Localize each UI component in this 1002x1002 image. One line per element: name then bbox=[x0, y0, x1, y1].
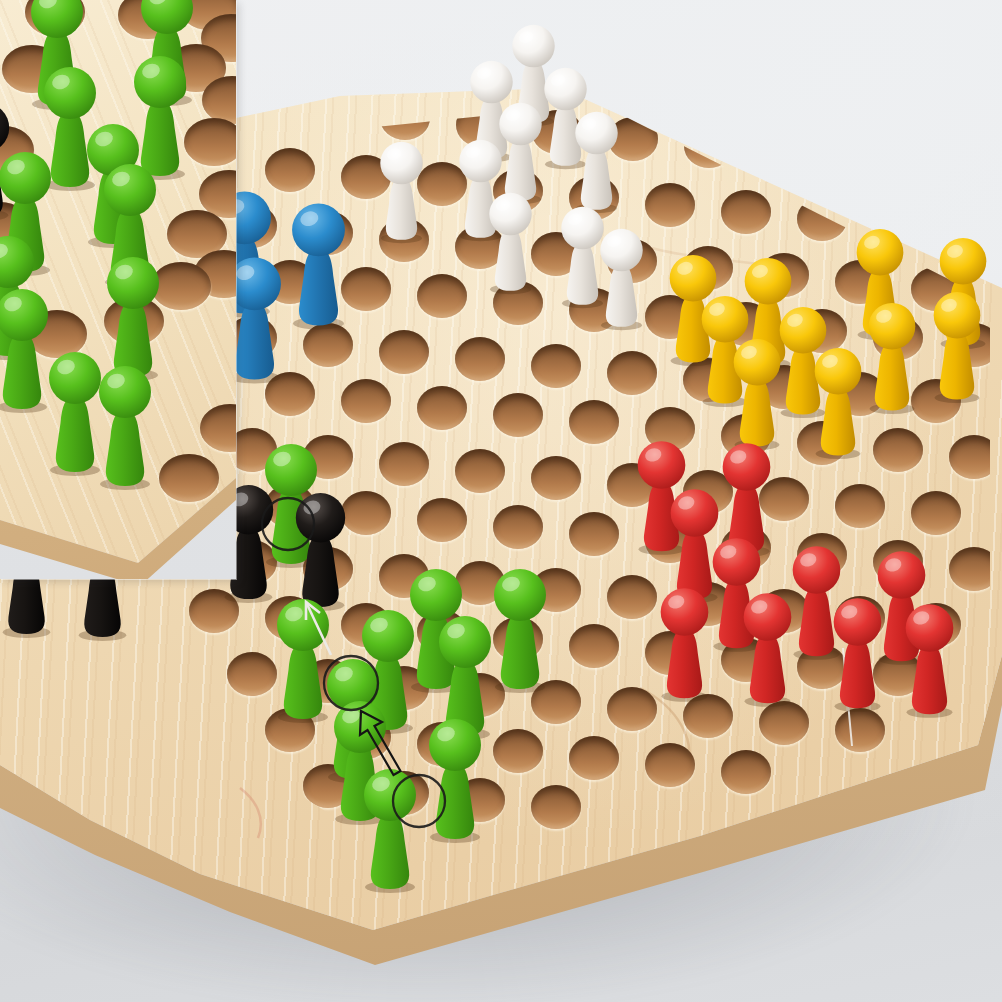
black-outline-arrow bbox=[360, 711, 401, 775]
annotation-circle bbox=[324, 656, 378, 710]
chinese-checkers-photo bbox=[0, 0, 1002, 1002]
white-arrow bbox=[306, 602, 331, 655]
annotation-circle bbox=[393, 775, 445, 827]
annotation-circle bbox=[262, 498, 314, 550]
move-annotations bbox=[0, 0, 1002, 1002]
